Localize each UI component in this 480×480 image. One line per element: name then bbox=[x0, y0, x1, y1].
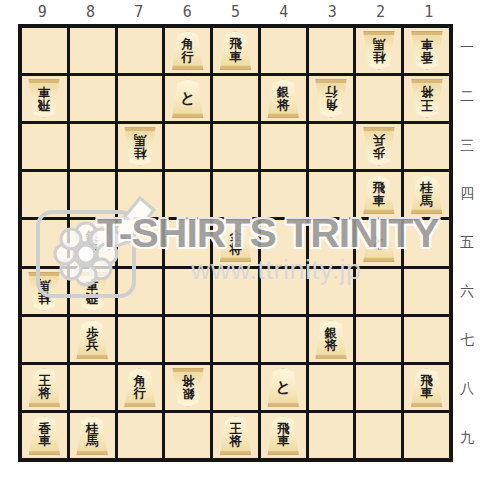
board-cell bbox=[213, 269, 258, 314]
board-cell bbox=[356, 413, 401, 458]
piece-kanji: 行 bbox=[181, 51, 194, 64]
board-cell: 銀将 bbox=[309, 317, 354, 362]
shogi-piece: 香車 bbox=[27, 416, 61, 455]
piece-kanji: 車 bbox=[38, 435, 51, 448]
file-labels: 987654321 bbox=[18, 2, 453, 22]
shogi-diagram: 987654321 角行飛車桂馬香車飛車と銀将角行王将桂馬歩兵飛車桂馬銀将金将と… bbox=[0, 0, 480, 480]
board-cell: 桂馬 bbox=[356, 28, 401, 73]
shogi-piece: 桂馬 bbox=[410, 175, 444, 214]
piece-kanji: 行 bbox=[134, 387, 147, 400]
board-cell bbox=[118, 413, 163, 458]
board-cell: 桂馬 bbox=[118, 124, 163, 169]
board-cell: 銀将 bbox=[70, 220, 115, 265]
shogi-piece: と bbox=[171, 79, 205, 118]
board-cell: 歩兵 bbox=[356, 124, 401, 169]
piece-kanji: 車 bbox=[373, 195, 386, 208]
board-cell bbox=[213, 172, 258, 217]
rank-label: 七 bbox=[456, 316, 478, 365]
piece-kanji: 馬 bbox=[86, 435, 99, 448]
shogi-piece: 飛車 bbox=[362, 175, 396, 214]
board-cell bbox=[261, 220, 306, 265]
shogi-piece: 銀将 bbox=[314, 320, 348, 359]
shogi-piece: 飛車 bbox=[75, 272, 109, 311]
board-cell bbox=[118, 172, 163, 217]
board-cell: 飛車 bbox=[356, 172, 401, 217]
file-label: 5 bbox=[211, 2, 259, 22]
piece-kanji: 兵 bbox=[86, 339, 99, 352]
board-cell bbox=[165, 172, 210, 217]
rank-label: 五 bbox=[456, 219, 478, 268]
shogi-piece: 歩兵 bbox=[362, 127, 396, 166]
file-label: 8 bbox=[66, 2, 114, 22]
board-cell bbox=[213, 317, 258, 362]
shogi-piece: 桂馬 bbox=[75, 416, 109, 455]
board-cell bbox=[70, 172, 115, 217]
board-cell bbox=[22, 124, 67, 169]
board-cell: 香車 bbox=[404, 28, 449, 73]
rank-label: 八 bbox=[456, 365, 478, 414]
board-cell bbox=[22, 172, 67, 217]
shogi-piece: 歩兵 bbox=[75, 320, 109, 359]
board-cell bbox=[404, 317, 449, 362]
shogi-piece: 桂馬 bbox=[27, 272, 61, 311]
shogi-piece: と bbox=[266, 368, 300, 407]
rank-label: 六 bbox=[456, 267, 478, 316]
shogi-piece: 角行 bbox=[171, 31, 205, 70]
shogi-piece: 桂馬 bbox=[123, 127, 157, 166]
piece-kanji: 王 bbox=[420, 99, 433, 112]
shogi-piece: 王将 bbox=[27, 368, 61, 407]
board-cell bbox=[309, 269, 354, 314]
shogi-piece: と bbox=[362, 223, 396, 262]
board-cell bbox=[261, 317, 306, 362]
piece-kanji: 車 bbox=[38, 86, 51, 99]
board-cell: 角行 bbox=[165, 28, 210, 73]
file-label: 2 bbox=[356, 2, 404, 22]
shogi-piece: 銀将 bbox=[171, 368, 205, 407]
shogi-piece: 王将 bbox=[410, 79, 444, 118]
piece-kanji: 銀 bbox=[181, 387, 194, 400]
shogi-piece: 角行 bbox=[314, 79, 348, 118]
piece-kanji: 行 bbox=[325, 86, 338, 99]
board-cell: と bbox=[261, 365, 306, 410]
board-cell bbox=[356, 317, 401, 362]
piece-kanji: 飛 bbox=[38, 99, 51, 112]
piece-kanji: 将 bbox=[181, 375, 194, 388]
rank-label: 一 bbox=[456, 24, 478, 73]
board-cell: 王将 bbox=[213, 413, 258, 458]
shogi-piece: 銀将 bbox=[266, 79, 300, 118]
rank-label: 九 bbox=[456, 413, 478, 462]
piece-kanji: 歩 bbox=[373, 147, 386, 160]
piece-kanji: 将 bbox=[86, 243, 99, 256]
board-cell bbox=[309, 413, 354, 458]
piece-kanji: と bbox=[180, 91, 195, 106]
piece-kanji: 桂 bbox=[373, 51, 386, 64]
piece-kanji: 香 bbox=[420, 51, 433, 64]
piece-kanji: 車 bbox=[277, 435, 290, 448]
file-label: 4 bbox=[260, 2, 308, 22]
piece-kanji: 車 bbox=[420, 387, 433, 400]
shogi-piece: 銀将 bbox=[75, 223, 109, 262]
board-cell bbox=[118, 220, 163, 265]
board-cell bbox=[165, 317, 210, 362]
piece-kanji: 角 bbox=[325, 99, 338, 112]
piece-kanji: 将 bbox=[420, 86, 433, 99]
piece-kanji: 将 bbox=[277, 99, 290, 112]
piece-kanji: 将 bbox=[229, 243, 242, 256]
piece-kanji: 車 bbox=[86, 279, 99, 292]
piece-kanji: 将 bbox=[325, 339, 338, 352]
board-cell bbox=[213, 365, 258, 410]
piece-kanji: 兵 bbox=[373, 134, 386, 147]
board-cell bbox=[165, 220, 210, 265]
piece-kanji: と bbox=[276, 380, 291, 395]
piece-kanji: 馬 bbox=[38, 279, 51, 292]
piece-kanji: 桂 bbox=[134, 147, 147, 160]
board-cell bbox=[356, 365, 401, 410]
piece-kanji: と bbox=[371, 235, 386, 250]
board-cell: 桂馬 bbox=[22, 269, 67, 314]
piece-kanji: 馬 bbox=[134, 134, 147, 147]
shogi-piece: 桂馬 bbox=[362, 31, 396, 70]
piece-kanji: 車 bbox=[229, 51, 242, 64]
board-cell: 飛車 bbox=[22, 76, 67, 121]
board-cell bbox=[404, 413, 449, 458]
shogi-piece: 香車 bbox=[410, 31, 444, 70]
board-cell: 桂馬 bbox=[70, 413, 115, 458]
board-cell bbox=[165, 124, 210, 169]
rank-labels: 一二三四五六七八九 bbox=[456, 24, 478, 462]
board-cell: 飛車 bbox=[70, 269, 115, 314]
board-cell bbox=[261, 269, 306, 314]
shogi-piece: 飛車 bbox=[266, 416, 300, 455]
board-cell: 香車 bbox=[22, 413, 67, 458]
board-cell bbox=[22, 220, 67, 265]
board-cell bbox=[118, 317, 163, 362]
rank-label: 三 bbox=[456, 121, 478, 170]
board-cell: 飛車 bbox=[404, 365, 449, 410]
board-cell bbox=[309, 365, 354, 410]
board-cell: 銀将 bbox=[261, 76, 306, 121]
piece-kanji: 将 bbox=[229, 435, 242, 448]
board-cell bbox=[118, 269, 163, 314]
file-label: 7 bbox=[115, 2, 163, 22]
board-cell bbox=[356, 269, 401, 314]
board-cell: 角行 bbox=[309, 76, 354, 121]
board-cell bbox=[309, 28, 354, 73]
board-cell bbox=[309, 172, 354, 217]
board-cell bbox=[70, 28, 115, 73]
board-cell bbox=[309, 124, 354, 169]
board-cell bbox=[70, 365, 115, 410]
board-cell: 王将 bbox=[22, 365, 67, 410]
board-cell: 金将 bbox=[213, 220, 258, 265]
file-label: 3 bbox=[308, 2, 356, 22]
file-label: 6 bbox=[163, 2, 211, 22]
piece-kanji: 馬 bbox=[373, 38, 386, 51]
board-cell: 飛車 bbox=[261, 413, 306, 458]
board-cell bbox=[261, 172, 306, 217]
board-cell bbox=[309, 220, 354, 265]
board-cell bbox=[22, 28, 67, 73]
board-cell bbox=[22, 317, 67, 362]
board-cell: 歩兵 bbox=[70, 317, 115, 362]
rank-label: 四 bbox=[456, 170, 478, 219]
board-cell bbox=[70, 76, 115, 121]
board-cell bbox=[404, 269, 449, 314]
board-cell bbox=[213, 124, 258, 169]
board-cell bbox=[261, 124, 306, 169]
board-cell bbox=[404, 124, 449, 169]
shogi-piece: 飛車 bbox=[27, 79, 61, 118]
board-cell: 角行 bbox=[118, 365, 163, 410]
board-cell bbox=[213, 76, 258, 121]
shogi-piece: 飛車 bbox=[410, 368, 444, 407]
board-cell: 桂馬 bbox=[404, 172, 449, 217]
shogi-piece: 王将 bbox=[218, 416, 252, 455]
piece-kanji: 将 bbox=[38, 387, 51, 400]
board-cell bbox=[165, 269, 210, 314]
board-cell bbox=[70, 124, 115, 169]
shogi-board: 角行飛車桂馬香車飛車と銀将角行王将桂馬歩兵飛車桂馬銀将金将と桂馬飛車歩兵銀将王将… bbox=[18, 24, 453, 462]
board-cell bbox=[165, 413, 210, 458]
rank-label: 二 bbox=[456, 73, 478, 122]
board-cell: と bbox=[165, 76, 210, 121]
board-cell bbox=[404, 220, 449, 265]
piece-kanji: 馬 bbox=[420, 195, 433, 208]
board-cell: と bbox=[356, 220, 401, 265]
file-label: 9 bbox=[18, 2, 66, 22]
piece-kanji: 車 bbox=[420, 38, 433, 51]
board-cell bbox=[356, 76, 401, 121]
board-cell: 銀将 bbox=[165, 365, 210, 410]
board-cell: 飛車 bbox=[213, 28, 258, 73]
board-cell bbox=[118, 28, 163, 73]
board-cell: 王将 bbox=[404, 76, 449, 121]
file-label: 1 bbox=[405, 2, 453, 22]
shogi-piece: 金将 bbox=[218, 223, 252, 262]
board-cell bbox=[261, 28, 306, 73]
board-cell bbox=[118, 76, 163, 121]
shogi-piece: 角行 bbox=[123, 368, 157, 407]
shogi-piece: 飛車 bbox=[218, 31, 252, 70]
